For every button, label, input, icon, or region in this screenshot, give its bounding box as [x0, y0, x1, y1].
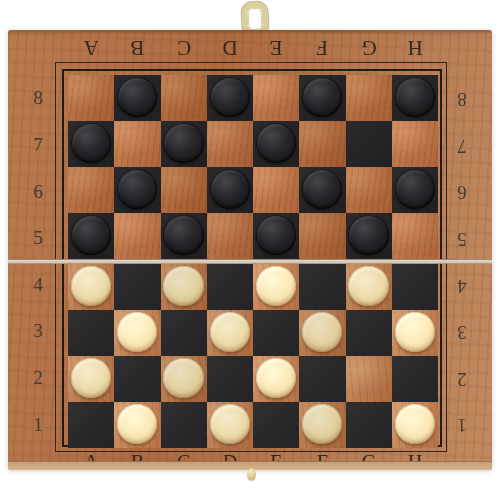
square-h3[interactable]	[392, 310, 438, 356]
square-a3[interactable]	[68, 310, 114, 356]
checker-black-f6[interactable]	[302, 169, 342, 209]
square-g3[interactable]	[346, 310, 392, 356]
rank-label-left-1: 1	[20, 401, 56, 448]
checker-white-c4[interactable]	[163, 266, 203, 306]
square-f7[interactable]	[299, 121, 345, 167]
checker-white-f1[interactable]	[302, 404, 342, 444]
file-label-bottom-d: D	[207, 450, 253, 474]
square-d3[interactable]	[207, 310, 253, 356]
square-d1[interactable]	[207, 402, 253, 448]
rank-label-left-8: 8	[20, 75, 56, 122]
square-h4[interactable]	[392, 264, 438, 310]
square-d2[interactable]	[207, 356, 253, 402]
square-d4[interactable]	[207, 264, 253, 310]
rank-label-right-5: 5	[444, 215, 480, 262]
file-label-bottom-h: H	[392, 450, 438, 474]
checker-white-f3[interactable]	[302, 312, 342, 352]
rank-label-left-5: 5	[20, 215, 56, 262]
rank-label-right-1: 1	[444, 401, 480, 448]
checker-white-h1[interactable]	[395, 404, 435, 444]
checker-black-c5[interactable]	[163, 215, 203, 255]
square-e6[interactable]	[253, 167, 299, 213]
rank-label-right-4: 4	[444, 262, 480, 309]
checker-black-f8[interactable]	[302, 77, 342, 117]
square-h7[interactable]	[392, 121, 438, 167]
file-label-bottom-g: G	[346, 450, 392, 474]
file-labels-top: ABCDEFGH	[68, 34, 438, 62]
square-e2[interactable]	[253, 356, 299, 402]
rank-label-left-6: 6	[20, 168, 56, 215]
square-a2[interactable]	[68, 356, 114, 402]
square-c2[interactable]	[161, 356, 207, 402]
file-label-bottom-f: F	[299, 450, 345, 474]
square-e4[interactable]	[253, 264, 299, 310]
checker-black-e7[interactable]	[256, 123, 296, 163]
square-c7[interactable]	[161, 121, 207, 167]
square-g2[interactable]	[346, 356, 392, 402]
checker-white-e4[interactable]	[256, 266, 296, 306]
square-c1[interactable]	[161, 402, 207, 448]
checker-white-a4[interactable]	[71, 266, 111, 306]
square-b6[interactable]	[114, 167, 160, 213]
checker-black-d6[interactable]	[210, 169, 250, 209]
square-g6[interactable]	[346, 167, 392, 213]
square-a5[interactable]	[68, 213, 114, 259]
square-c4[interactable]	[161, 264, 207, 310]
square-a6[interactable]	[68, 167, 114, 213]
checker-black-a7[interactable]	[71, 123, 111, 163]
rank-label-left-2: 2	[20, 355, 56, 402]
file-label-bottom-b: B	[114, 450, 160, 474]
square-e3[interactable]	[253, 310, 299, 356]
square-f6[interactable]	[299, 167, 345, 213]
square-c3[interactable]	[161, 310, 207, 356]
board-half-lower	[68, 264, 438, 448]
square-h1[interactable]	[392, 402, 438, 448]
file-label-top-g: G	[346, 34, 392, 62]
checker-white-h3[interactable]	[395, 312, 435, 352]
rank-label-right-2: 2	[444, 355, 480, 402]
file-label-top-a: A	[68, 34, 114, 62]
square-g1[interactable]	[346, 402, 392, 448]
square-g4[interactable]	[346, 264, 392, 310]
square-a7[interactable]	[68, 121, 114, 167]
square-d6[interactable]	[207, 167, 253, 213]
square-b5[interactable]	[114, 213, 160, 259]
square-e1[interactable]	[253, 402, 299, 448]
checker-white-d1[interactable]	[210, 404, 250, 444]
checker-white-b3[interactable]	[117, 312, 157, 352]
playing-grid	[68, 75, 438, 448]
square-g8[interactable]	[346, 75, 392, 121]
square-c6[interactable]	[161, 167, 207, 213]
checker-black-b6[interactable]	[117, 169, 157, 209]
brass-clasp-pin-icon	[247, 468, 256, 480]
checker-black-h8[interactable]	[395, 77, 435, 117]
file-label-top-h: H	[392, 34, 438, 62]
rank-label-left-4: 4	[20, 262, 56, 309]
checker-white-g4[interactable]	[348, 266, 388, 306]
square-d8[interactable]	[207, 75, 253, 121]
rank-label-left-3: 3	[20, 308, 56, 355]
square-a1[interactable]	[68, 402, 114, 448]
checker-white-a2[interactable]	[71, 358, 111, 398]
file-label-bottom-c: C	[161, 450, 207, 474]
checker-white-c2[interactable]	[163, 358, 203, 398]
checkers-board: ABCDEFGH ABCDEFGH 87654321 87654321	[8, 30, 492, 470]
rank-label-right-7: 7	[444, 122, 480, 169]
square-b7[interactable]	[114, 121, 160, 167]
square-b4[interactable]	[114, 264, 160, 310]
square-b1[interactable]	[114, 402, 160, 448]
square-g7[interactable]	[346, 121, 392, 167]
square-h5[interactable]	[392, 213, 438, 259]
fold-seam	[8, 259, 492, 264]
checker-white-d3[interactable]	[210, 312, 250, 352]
square-f8[interactable]	[299, 75, 345, 121]
checker-black-g5[interactable]	[348, 215, 388, 255]
square-d7[interactable]	[207, 121, 253, 167]
rank-label-left-7: 7	[20, 122, 56, 169]
square-d5[interactable]	[207, 213, 253, 259]
square-a8[interactable]	[68, 75, 114, 121]
square-e5[interactable]	[253, 213, 299, 259]
file-label-top-e: E	[253, 34, 299, 62]
file-label-top-c: C	[161, 34, 207, 62]
board-half-upper	[68, 75, 438, 259]
checker-black-h6[interactable]	[395, 169, 435, 209]
square-c5[interactable]	[161, 213, 207, 259]
square-e8[interactable]	[253, 75, 299, 121]
file-label-bottom-a: A	[68, 450, 114, 474]
file-label-top-b: B	[114, 34, 160, 62]
square-g5[interactable]	[346, 213, 392, 259]
square-h8[interactable]	[392, 75, 438, 121]
file-label-top-d: D	[207, 34, 253, 62]
square-f2[interactable]	[299, 356, 345, 402]
checker-black-e5[interactable]	[256, 215, 296, 255]
square-a4[interactable]	[68, 264, 114, 310]
square-h6[interactable]	[392, 167, 438, 213]
rank-label-right-6: 6	[444, 168, 480, 215]
checker-black-b8[interactable]	[117, 77, 157, 117]
square-c8[interactable]	[161, 75, 207, 121]
file-label-top-f: F	[299, 34, 345, 62]
square-b2[interactable]	[114, 356, 160, 402]
square-b8[interactable]	[114, 75, 160, 121]
file-label-bottom-e: E	[253, 450, 299, 474]
rank-label-right-8: 8	[444, 75, 480, 122]
square-b3[interactable]	[114, 310, 160, 356]
square-e7[interactable]	[253, 121, 299, 167]
square-f1[interactable]	[299, 402, 345, 448]
checker-white-b1[interactable]	[117, 404, 157, 444]
square-f3[interactable]	[299, 310, 345, 356]
square-f5[interactable]	[299, 213, 345, 259]
checker-black-c7[interactable]	[163, 123, 203, 163]
checker-black-d8[interactable]	[210, 77, 250, 117]
square-h2[interactable]	[392, 356, 438, 402]
rank-label-right-3: 3	[444, 308, 480, 355]
checker-black-a5[interactable]	[71, 215, 111, 255]
square-f4[interactable]	[299, 264, 345, 310]
checker-white-e2[interactable]	[256, 358, 296, 398]
